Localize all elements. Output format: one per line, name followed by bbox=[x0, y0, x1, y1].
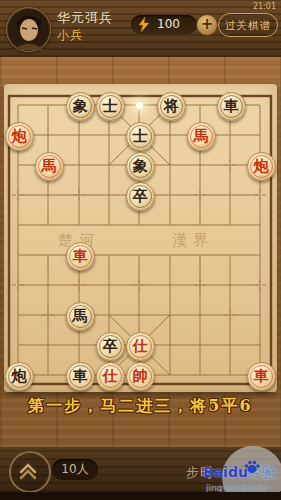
chevron-up-double-icon bbox=[11, 453, 45, 487]
piece-black-将[interactable]: 将 bbox=[157, 92, 186, 121]
piece-black-象[interactable]: 象 bbox=[66, 92, 95, 121]
piece-red-車[interactable]: 車 bbox=[247, 362, 276, 391]
piece-black-卒[interactable]: 卒 bbox=[126, 182, 155, 211]
piece-black-士[interactable]: 士 bbox=[126, 122, 155, 151]
piece-black-士[interactable]: 士 bbox=[96, 92, 125, 121]
piece-red-馬[interactable]: 馬 bbox=[35, 152, 64, 181]
expand-panel-button[interactable] bbox=[9, 451, 51, 493]
move-hint-caption: 第一步，马二进三，将5平6 bbox=[0, 396, 281, 417]
baidu-paw-icon bbox=[244, 460, 260, 474]
piece-black-車[interactable]: 車 bbox=[66, 362, 95, 391]
piece-red-仕[interactable]: 仕 bbox=[126, 332, 155, 361]
river-label-right: 漢界 bbox=[172, 231, 214, 250]
watermark-brand: Baidu经验 bbox=[203, 464, 276, 482]
spectator-count[interactable]: 10人 bbox=[52, 459, 98, 480]
piece-red-炮[interactable]: 炮 bbox=[247, 152, 276, 181]
piece-red-帥[interactable]: 帥 bbox=[126, 362, 155, 391]
piece-black-象[interactable]: 象 bbox=[126, 152, 155, 181]
piece-red-馬[interactable]: 馬 bbox=[187, 122, 216, 151]
piece-red-車[interactable]: 車 bbox=[66, 242, 95, 271]
piece-black-馬[interactable]: 馬 bbox=[66, 302, 95, 331]
piece-red-炮[interactable]: 炮 bbox=[5, 122, 34, 151]
piece-black-炮[interactable]: 炮 bbox=[5, 362, 34, 391]
piece-black-車[interactable]: 車 bbox=[217, 92, 246, 121]
app-screen: 华元弭兵 小兵 100 + 过关棋谱 21:01 楚河 漢界 象士将車炮士馬馬象… bbox=[0, 0, 281, 500]
piece-red-仕[interactable]: 仕 bbox=[96, 362, 125, 391]
last-move-marker bbox=[136, 102, 143, 109]
screen-bottom-strip bbox=[0, 492, 281, 500]
piece-black-卒[interactable]: 卒 bbox=[96, 332, 125, 361]
